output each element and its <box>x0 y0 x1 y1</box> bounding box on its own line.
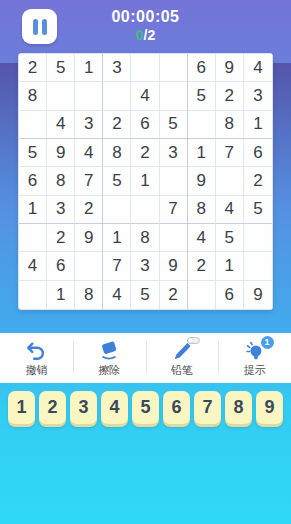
sudoku-cell-r6c6[interactable]: 7 <box>160 196 188 224</box>
sudoku-cell-r9c5[interactable]: 5 <box>131 281 159 309</box>
sudoku-cell-r4c1[interactable]: 5 <box>19 139 47 167</box>
sudoku-cell-r2c5[interactable]: 4 <box>131 82 159 110</box>
numpad-key-8[interactable]: 8 <box>225 391 252 424</box>
sudoku-cell-r9c2[interactable]: 1 <box>47 281 75 309</box>
sudoku-cell-r3c5[interactable]: 6 <box>131 111 159 139</box>
sudoku-cell-r2c9[interactable]: 3 <box>244 82 272 110</box>
erase-label: 擦除 <box>98 365 120 376</box>
sudoku-cell-r8c1[interactable]: 4 <box>19 252 47 280</box>
numpad-key-7[interactable]: 7 <box>194 391 221 424</box>
sudoku-cell-r1c2[interactable]: 5 <box>47 54 75 82</box>
undo-label: 撤销 <box>25 365 47 376</box>
pencil-toggle-icon <box>187 337 200 344</box>
sudoku-cell-r2c2[interactable] <box>47 82 75 110</box>
pencil-icon <box>170 340 194 362</box>
sudoku-cell-r5c3[interactable]: 7 <box>75 167 103 195</box>
sudoku-cell-r7c1[interactable] <box>19 224 47 252</box>
sudoku-cell-r3c9[interactable]: 1 <box>244 111 272 139</box>
sudoku-cell-r2c8[interactable]: 2 <box>216 82 244 110</box>
undo-button[interactable]: 撤销 <box>0 333 73 383</box>
sudoku-cell-r1c6[interactable] <box>160 54 188 82</box>
sudoku-cell-r7c8[interactable]: 5 <box>216 224 244 252</box>
hint-button[interactable]: 1 提示 <box>218 333 291 383</box>
sudoku-cell-r9c3[interactable]: 8 <box>75 281 103 309</box>
sudoku-cell-r5c5[interactable]: 1 <box>131 167 159 195</box>
hint-badge: 1 <box>261 336 274 349</box>
sudoku-cell-r6c7[interactable]: 8 <box>188 196 216 224</box>
sudoku-cell-r5c1[interactable]: 6 <box>19 167 47 195</box>
sudoku-cell-r2c3[interactable] <box>75 82 103 110</box>
numpad-key-2[interactable]: 2 <box>39 391 66 424</box>
sudoku-cell-r7c7[interactable]: 4 <box>188 224 216 252</box>
sudoku-cell-r7c2[interactable]: 2 <box>47 224 75 252</box>
sudoku-cell-r5c7[interactable]: 9 <box>188 167 216 195</box>
sudoku-cell-r7c4[interactable]: 1 <box>103 224 131 252</box>
sudoku-cell-r1c9[interactable]: 4 <box>244 54 272 82</box>
numpad-key-1[interactable]: 1 <box>8 391 35 424</box>
sudoku-cell-r9c4[interactable]: 4 <box>103 281 131 309</box>
sudoku-cell-r7c5[interactable]: 8 <box>131 224 159 252</box>
sudoku-cell-r1c4[interactable]: 3 <box>103 54 131 82</box>
pencil-button[interactable]: 铅笔 <box>146 333 219 383</box>
sudoku-cell-r3c7[interactable] <box>188 111 216 139</box>
sudoku-cell-r8c2[interactable]: 6 <box>47 252 75 280</box>
sudoku-cell-r8c4[interactable]: 7 <box>103 252 131 280</box>
sudoku-app: 00:00:05 0/2 251369484523432658159482317… <box>0 0 291 524</box>
sudoku-cell-r8c5[interactable]: 3 <box>131 252 159 280</box>
sudoku-cell-r5c6[interactable] <box>160 167 188 195</box>
sudoku-cell-r6c9[interactable]: 5 <box>244 196 272 224</box>
sudoku-cell-r8c3[interactable] <box>75 252 103 280</box>
sudoku-cell-r7c6[interactable] <box>160 224 188 252</box>
numpad-key-5[interactable]: 5 <box>132 391 159 424</box>
sudoku-cell-r2c7[interactable]: 5 <box>188 82 216 110</box>
sudoku-cell-r4c8[interactable]: 7 <box>216 139 244 167</box>
sudoku-cell-r9c1[interactable] <box>19 281 47 309</box>
eraser-icon <box>97 340 121 362</box>
sudoku-cell-r4c5[interactable]: 2 <box>131 139 159 167</box>
mistakes-current: 0 <box>136 27 144 43</box>
undo-icon <box>24 340 48 362</box>
sudoku-cell-r6c3[interactable]: 2 <box>75 196 103 224</box>
sudoku-cell-r3c6[interactable]: 5 <box>160 111 188 139</box>
sudoku-cell-r8c6[interactable]: 9 <box>160 252 188 280</box>
mistakes-total: /2 <box>144 27 156 43</box>
sudoku-cell-r3c4[interactable]: 2 <box>103 111 131 139</box>
sudoku-cell-r3c2[interactable]: 4 <box>47 111 75 139</box>
timer: 00:00:05 <box>0 8 291 26</box>
mistake-counter: 0/2 <box>0 27 291 43</box>
sudoku-cell-r1c8[interactable]: 9 <box>216 54 244 82</box>
sudoku-cell-r8c9[interactable] <box>244 252 272 280</box>
sudoku-cell-r9c8[interactable]: 6 <box>216 281 244 309</box>
sudoku-cell-r3c1[interactable] <box>19 111 47 139</box>
sudoku-cell-r4c3[interactable]: 4 <box>75 139 103 167</box>
hint-bulb-icon: 1 <box>243 340 267 362</box>
sudoku-cell-r3c3[interactable]: 3 <box>75 111 103 139</box>
sudoku-cell-r2c6[interactable] <box>160 82 188 110</box>
sudoku-cell-r5c4[interactable]: 5 <box>103 167 131 195</box>
sudoku-cell-r5c8[interactable] <box>216 167 244 195</box>
sudoku-cell-r8c8[interactable]: 1 <box>216 252 244 280</box>
sudoku-cell-r5c2[interactable]: 8 <box>47 167 75 195</box>
sudoku-cell-r6c1[interactable]: 1 <box>19 196 47 224</box>
sudoku-cell-r1c1[interactable]: 2 <box>19 54 47 82</box>
sudoku-cell-r9c9[interactable]: 9 <box>244 281 272 309</box>
sudoku-cell-r4c7[interactable]: 1 <box>188 139 216 167</box>
sudoku-cell-r8c7[interactable]: 2 <box>188 252 216 280</box>
sudoku-cell-r6c2[interactable]: 3 <box>47 196 75 224</box>
sudoku-cell-r9c6[interactable]: 2 <box>160 281 188 309</box>
numpad-key-3[interactable]: 3 <box>70 391 97 424</box>
numpad-key-4[interactable]: 4 <box>101 391 128 424</box>
sudoku-cell-r4c2[interactable]: 9 <box>47 139 75 167</box>
sudoku-cell-r6c4[interactable] <box>103 196 131 224</box>
sudoku-cell-r1c7[interactable]: 6 <box>188 54 216 82</box>
sudoku-cell-r2c4[interactable] <box>103 82 131 110</box>
sudoku-cell-r9c7[interactable] <box>188 281 216 309</box>
sudoku-cell-r7c3[interactable]: 9 <box>75 224 103 252</box>
numpad: 123456789 <box>0 391 291 431</box>
sudoku-cell-r1c5[interactable] <box>131 54 159 82</box>
sudoku-cell-r3c8[interactable]: 8 <box>216 111 244 139</box>
pencil-label: 铅笔 <box>171 365 193 376</box>
sudoku-cell-r4c4[interactable]: 8 <box>103 139 131 167</box>
erase-button[interactable]: 擦除 <box>73 333 146 383</box>
sudoku-cell-r2c1[interactable]: 8 <box>19 82 47 110</box>
hint-label: 提示 <box>244 365 266 376</box>
sudoku-cell-r6c5[interactable] <box>131 196 159 224</box>
sudoku-cell-r4c9[interactable]: 6 <box>244 139 272 167</box>
toolbar: 撤销 擦除 铅笔 <box>0 333 291 383</box>
sudoku-cell-r4c6[interactable]: 3 <box>160 139 188 167</box>
sudoku-cell-r1c3[interactable]: 1 <box>75 54 103 82</box>
sudoku-cell-r7c9[interactable] <box>244 224 272 252</box>
sudoku-board: 2513694845234326581594823176687519213278… <box>18 53 273 310</box>
sudoku-cell-r6c8[interactable]: 4 <box>216 196 244 224</box>
sudoku-cell-r5c9[interactable]: 2 <box>244 167 272 195</box>
numpad-key-9[interactable]: 9 <box>256 391 283 424</box>
numpad-key-6[interactable]: 6 <box>163 391 190 424</box>
